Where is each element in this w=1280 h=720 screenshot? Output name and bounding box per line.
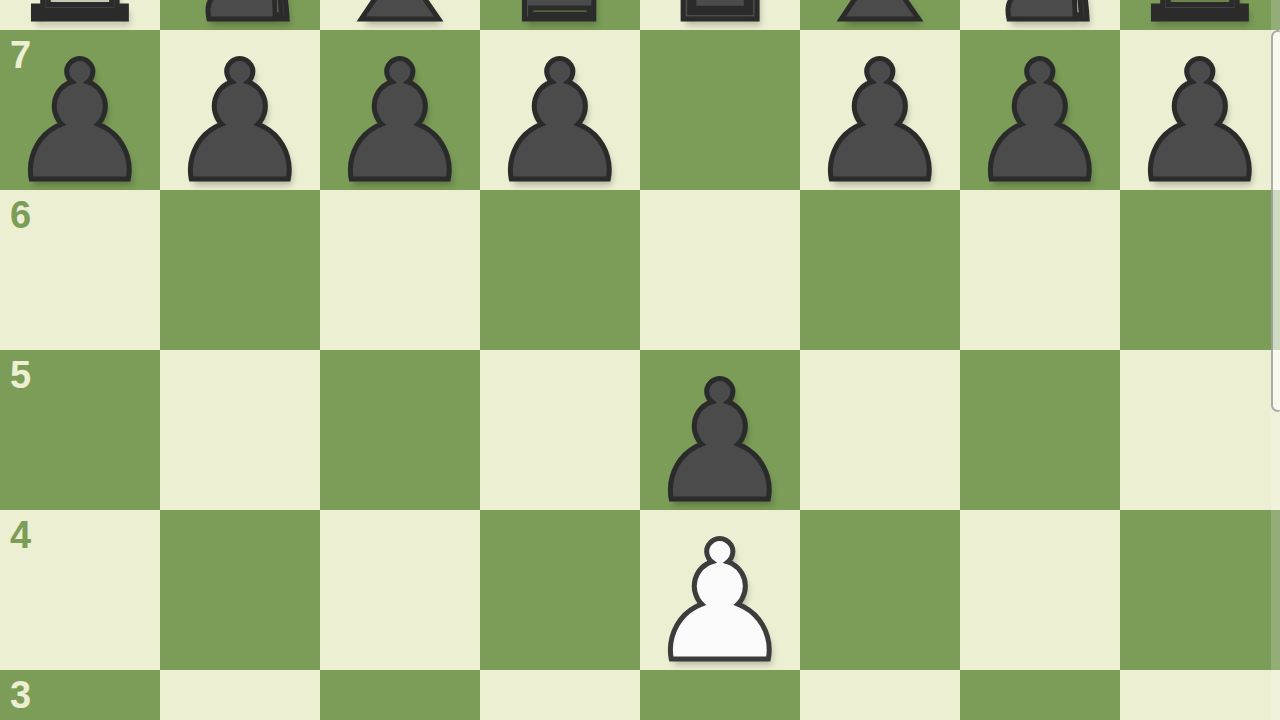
black-pawn-a7[interactable]: ♟ — [0, 42, 160, 202]
square-e7[interactable] — [640, 30, 800, 190]
square-a6[interactable]: 6 — [0, 190, 160, 350]
square-f5[interactable] — [800, 350, 960, 510]
square-c7[interactable]: ♟ — [320, 30, 480, 190]
square-d7[interactable]: ♟ — [480, 30, 640, 190]
square-d3[interactable] — [480, 670, 640, 720]
square-b7[interactable]: ♟ — [160, 30, 320, 190]
square-b3[interactable] — [160, 670, 320, 720]
square-e6[interactable] — [640, 190, 800, 350]
square-d5[interactable] — [480, 350, 640, 510]
square-d4[interactable] — [480, 510, 640, 670]
rank-label-4: 4 — [10, 516, 31, 554]
square-a4[interactable]: 4 — [0, 510, 160, 670]
square-f4[interactable] — [800, 510, 960, 670]
square-c5[interactable] — [320, 350, 480, 510]
rank-label-6: 6 — [10, 196, 31, 234]
square-f6[interactable] — [800, 190, 960, 350]
square-h7[interactable]: ♟ — [1120, 30, 1280, 190]
rank-label-3: 3 — [10, 676, 31, 714]
square-g4[interactable] — [960, 510, 1120, 670]
square-e8[interactable]: ♚ — [640, 0, 800, 30]
square-c3[interactable] — [320, 670, 480, 720]
square-e5[interactable]: ♟ — [640, 350, 800, 510]
square-g5[interactable] — [960, 350, 1120, 510]
chess-board: ♜♞♝♛♚♝♞♜7♟♟♟♟♟♟♟65♟4♟3 — [0, 0, 1280, 720]
square-e3[interactable] — [640, 670, 800, 720]
square-f3[interactable] — [800, 670, 960, 720]
square-h3[interactable] — [1120, 670, 1280, 720]
scrollbar-track[interactable] — [1271, 0, 1280, 720]
square-h6[interactable] — [1120, 190, 1280, 350]
square-g6[interactable] — [960, 190, 1120, 350]
black-pawn-h7[interactable]: ♟ — [1120, 42, 1280, 202]
square-b6[interactable] — [160, 190, 320, 350]
square-f7[interactable]: ♟ — [800, 30, 960, 190]
square-c6[interactable] — [320, 190, 480, 350]
square-d6[interactable] — [480, 190, 640, 350]
square-g3[interactable] — [960, 670, 1120, 720]
square-a7[interactable]: 7♟ — [0, 30, 160, 190]
square-h5[interactable] — [1120, 350, 1280, 510]
white-pawn-e4[interactable]: ♟ — [640, 522, 800, 682]
chess-board-viewport: ♜♞♝♛♚♝♞♜7♟♟♟♟♟♟♟65♟4♟3 — [0, 0, 1280, 720]
square-b5[interactable] — [160, 350, 320, 510]
black-pawn-c7[interactable]: ♟ — [320, 42, 480, 202]
black-pawn-f7[interactable]: ♟ — [800, 42, 960, 202]
square-c4[interactable] — [320, 510, 480, 670]
black-pawn-b7[interactable]: ♟ — [160, 42, 320, 202]
square-e4[interactable]: ♟ — [640, 510, 800, 670]
scrollbar-thumb[interactable] — [1271, 30, 1280, 412]
square-a3[interactable]: 3 — [0, 670, 160, 720]
black-pawn-g7[interactable]: ♟ — [960, 42, 1120, 202]
square-g7[interactable]: ♟ — [960, 30, 1120, 190]
black-pawn-e5[interactable]: ♟ — [640, 362, 800, 522]
square-a5[interactable]: 5 — [0, 350, 160, 510]
rank-label-5: 5 — [10, 356, 31, 394]
square-b4[interactable] — [160, 510, 320, 670]
black-pawn-d7[interactable]: ♟ — [480, 42, 640, 202]
square-h4[interactable] — [1120, 510, 1280, 670]
